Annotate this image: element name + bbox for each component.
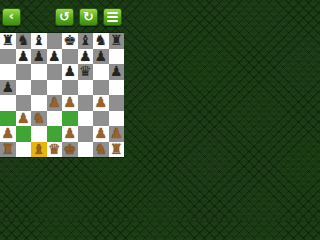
square-a8[interactable]: ♜: [0, 33, 16, 49]
square-e6[interactable]: ♟: [62, 64, 78, 80]
square-g5[interactable]: [93, 80, 109, 96]
piece-black-pawn: ♟: [79, 49, 92, 65]
piece-black-pawn: ♟: [110, 64, 123, 80]
piece-black-pawn: ♟: [48, 49, 61, 65]
square-b6[interactable]: [16, 64, 32, 80]
square-f4[interactable]: [78, 95, 94, 111]
square-c3[interactable]: ♞: [31, 111, 47, 127]
square-h1[interactable]: ♜: [109, 142, 125, 158]
square-c7[interactable]: ♟: [31, 49, 47, 65]
square-a1[interactable]: ♜: [0, 142, 16, 158]
piece-white-king: ♚: [63, 142, 76, 158]
square-d5[interactable]: [47, 80, 63, 96]
piece-white-pawn: ♟: [63, 126, 76, 142]
square-g4[interactable]: ♟: [93, 95, 109, 111]
square-e1[interactable]: ♚: [62, 142, 78, 158]
square-g3[interactable]: [93, 111, 109, 127]
square-d2[interactable]: [47, 126, 63, 142]
piece-black-rook: ♜: [110, 33, 123, 49]
piece-white-queen: ♛: [48, 142, 61, 158]
piece-white-pawn: ♟: [110, 126, 123, 142]
square-e3[interactable]: [62, 111, 78, 127]
square-a3[interactable]: [0, 111, 16, 127]
square-c4[interactable]: [31, 95, 47, 111]
square-e2[interactable]: ♟: [62, 126, 78, 142]
square-g2[interactable]: ♟: [93, 126, 109, 142]
square-a6[interactable]: [0, 64, 16, 80]
piece-black-pawn: ♟: [1, 80, 14, 96]
square-d4[interactable]: ♟: [47, 95, 63, 111]
square-h7[interactable]: [109, 49, 125, 65]
undo-icon: ↺: [59, 10, 70, 23]
square-c5[interactable]: [31, 80, 47, 96]
square-a7[interactable]: [0, 49, 16, 65]
piece-black-knight: ♞: [94, 33, 107, 49]
piece-white-knight: ♞: [32, 111, 45, 127]
piece-white-pawn: ♟: [1, 126, 14, 142]
piece-white-knight: ♞: [94, 142, 107, 158]
square-f3[interactable]: [78, 111, 94, 127]
square-e4[interactable]: ♟: [62, 95, 78, 111]
square-a2[interactable]: ♟: [0, 126, 16, 142]
square-h5[interactable]: [109, 80, 125, 96]
piece-black-bishop: ♝: [32, 33, 45, 49]
square-h4[interactable]: [109, 95, 125, 111]
menu-icon: [107, 12, 118, 22]
toolbar: ‹ ↺ ↻: [0, 0, 124, 33]
piece-white-pawn: ♟: [94, 95, 107, 111]
chess-board: ♜♞♝♚♝♞♜♟♟♟♟♟♟♛♟♟♟♟♟♟♞♟♟♟♟♜♝♛♚♞♜: [0, 33, 124, 157]
square-e7[interactable]: [62, 49, 78, 65]
piece-black-queen: ♛: [79, 64, 92, 80]
square-a4[interactable]: [0, 95, 16, 111]
square-b5[interactable]: [16, 80, 32, 96]
back-chevron-icon: ‹: [9, 9, 14, 22]
square-f2[interactable]: [78, 126, 94, 142]
piece-black-rook: ♜: [1, 33, 14, 49]
square-f8[interactable]: ♝: [78, 33, 94, 49]
piece-black-pawn: ♟: [17, 49, 30, 65]
square-h2[interactable]: ♟: [109, 126, 125, 142]
square-b8[interactable]: ♞: [16, 33, 32, 49]
piece-black-king: ♚: [63, 33, 76, 49]
square-c1[interactable]: ♝: [31, 142, 47, 158]
piece-white-rook: ♜: [1, 142, 14, 158]
square-g8[interactable]: ♞: [93, 33, 109, 49]
square-g6[interactable]: [93, 64, 109, 80]
square-g7[interactable]: ♟: [93, 49, 109, 65]
square-c6[interactable]: [31, 64, 47, 80]
square-h8[interactable]: ♜: [109, 33, 125, 49]
square-f5[interactable]: [78, 80, 94, 96]
undo-button[interactable]: ↺: [55, 8, 74, 26]
piece-black-pawn: ♟: [32, 49, 45, 65]
square-a5[interactable]: ♟: [0, 80, 16, 96]
square-h3[interactable]: [109, 111, 125, 127]
square-e5[interactable]: [62, 80, 78, 96]
piece-black-bishop: ♝: [79, 33, 92, 49]
square-d6[interactable]: [47, 64, 63, 80]
square-d3[interactable]: [47, 111, 63, 127]
piece-black-pawn: ♟: [63, 64, 76, 80]
square-b7[interactable]: ♟: [16, 49, 32, 65]
background-felt: [0, 157, 124, 220]
square-f6[interactable]: ♛: [78, 64, 94, 80]
piece-white-pawn: ♟: [94, 126, 107, 142]
square-d1[interactable]: ♛: [47, 142, 63, 158]
square-c8[interactable]: ♝: [31, 33, 47, 49]
square-h6[interactable]: ♟: [109, 64, 125, 80]
redo-icon: ↻: [83, 10, 94, 23]
piece-black-pawn: ♟: [94, 49, 107, 65]
square-e8[interactable]: ♚: [62, 33, 78, 49]
piece-white-rook: ♜: [110, 142, 123, 158]
square-g1[interactable]: ♞: [93, 142, 109, 158]
square-d7[interactable]: ♟: [47, 49, 63, 65]
piece-white-bishop: ♝: [32, 142, 45, 158]
menu-button[interactable]: [103, 8, 122, 26]
square-b3[interactable]: ♟: [16, 111, 32, 127]
square-b1[interactable]: [16, 142, 32, 158]
piece-white-pawn: ♟: [48, 95, 61, 111]
piece-white-pawn: ♟: [63, 95, 76, 111]
square-b2[interactable]: [16, 126, 32, 142]
square-b4[interactable]: [16, 95, 32, 111]
square-f1[interactable]: [78, 142, 94, 158]
square-d8[interactable]: [47, 33, 63, 49]
redo-button[interactable]: ↻: [79, 8, 98, 26]
back-button[interactable]: ‹: [2, 8, 21, 26]
square-c2[interactable]: [31, 126, 47, 142]
piece-white-pawn: ♟: [17, 111, 30, 127]
piece-black-knight: ♞: [17, 33, 30, 49]
square-f7[interactable]: ♟: [78, 49, 94, 65]
